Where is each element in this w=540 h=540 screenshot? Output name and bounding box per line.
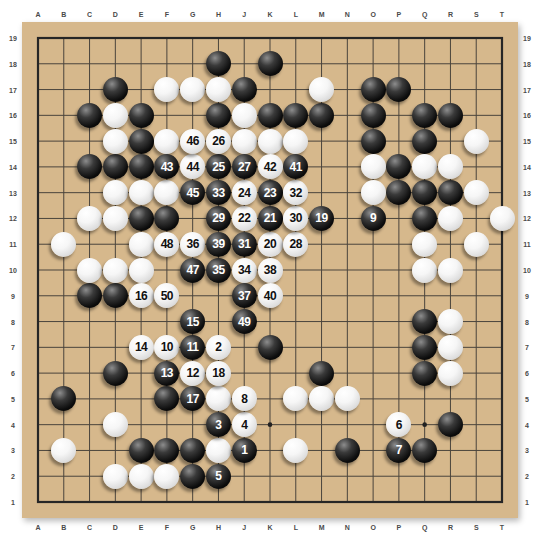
move-number: 24 xyxy=(238,187,250,199)
move-number: 20 xyxy=(264,238,276,250)
black-stone: 41 xyxy=(283,154,308,179)
black-stone: 17 xyxy=(180,386,205,411)
black-stone xyxy=(361,129,386,154)
white-stone xyxy=(103,129,128,154)
white-stone: 44 xyxy=(180,154,205,179)
black-stone xyxy=(258,51,283,76)
white-stone xyxy=(129,180,154,205)
black-stone: 35 xyxy=(206,258,231,283)
white-stone xyxy=(438,335,463,360)
black-stone: 5 xyxy=(206,464,231,489)
black-stone xyxy=(258,103,283,128)
white-stone xyxy=(77,206,102,231)
white-stone xyxy=(129,464,154,489)
black-stone xyxy=(412,438,437,463)
white-stone: 2 xyxy=(206,335,231,360)
black-stone xyxy=(77,283,102,308)
black-stone: 37 xyxy=(232,283,257,308)
black-stone xyxy=(438,180,463,205)
black-stone: 43 xyxy=(154,154,179,179)
white-stone: 34 xyxy=(232,258,257,283)
white-stone: 20 xyxy=(258,232,283,257)
move-number: 50 xyxy=(161,290,173,302)
move-number: 21 xyxy=(264,212,276,224)
white-stone xyxy=(129,232,154,257)
white-stone: 40 xyxy=(258,283,283,308)
white-stone xyxy=(103,180,128,205)
black-stone: 1 xyxy=(232,438,257,463)
black-stone xyxy=(129,438,154,463)
move-number: 39 xyxy=(212,238,224,250)
black-stone xyxy=(206,51,231,76)
black-stone xyxy=(154,206,179,231)
white-stone: 30 xyxy=(283,206,308,231)
white-stone xyxy=(361,154,386,179)
black-stone xyxy=(412,129,437,154)
move-number: 28 xyxy=(290,238,302,250)
white-stone: 48 xyxy=(154,232,179,257)
white-stone: 42 xyxy=(258,154,283,179)
white-stone xyxy=(103,258,128,283)
move-number: 27 xyxy=(238,161,250,173)
move-number: 19 xyxy=(315,212,327,224)
white-stone xyxy=(412,258,437,283)
move-number: 38 xyxy=(264,264,276,276)
white-stone xyxy=(232,103,257,128)
white-stone xyxy=(206,438,231,463)
black-stone xyxy=(103,283,128,308)
move-number: 4 xyxy=(241,419,247,431)
move-number: 46 xyxy=(186,135,198,147)
black-stone xyxy=(361,103,386,128)
black-stone xyxy=(438,103,463,128)
black-stone xyxy=(129,154,154,179)
black-stone xyxy=(335,438,360,463)
black-stone: 39 xyxy=(206,232,231,257)
white-stone xyxy=(412,232,437,257)
white-stone xyxy=(103,103,128,128)
move-number: 6 xyxy=(396,419,402,431)
black-stone: 33 xyxy=(206,180,231,205)
white-stone xyxy=(154,77,179,102)
black-stone xyxy=(77,103,102,128)
white-stone: 32 xyxy=(283,180,308,205)
black-stone xyxy=(309,361,334,386)
move-number: 36 xyxy=(186,238,198,250)
move-number: 41 xyxy=(290,161,302,173)
black-stone: 9 xyxy=(361,206,386,231)
black-stone xyxy=(232,77,257,102)
white-stone xyxy=(412,154,437,179)
black-stone: 45 xyxy=(180,180,205,205)
white-stone: 14 xyxy=(129,335,154,360)
black-stone xyxy=(386,77,411,102)
move-number: 2 xyxy=(215,341,221,353)
move-number: 31 xyxy=(238,238,250,250)
move-number: 45 xyxy=(186,187,198,199)
white-stone xyxy=(103,412,128,437)
white-stone xyxy=(154,180,179,205)
white-stone xyxy=(154,464,179,489)
white-stone xyxy=(283,129,308,154)
move-number: 40 xyxy=(264,290,276,302)
white-stone xyxy=(283,386,308,411)
move-number: 3 xyxy=(215,419,221,431)
white-stone: 16 xyxy=(129,283,154,308)
black-stone xyxy=(103,154,128,179)
move-number: 47 xyxy=(186,264,198,276)
move-number: 5 xyxy=(215,470,221,482)
move-number: 9 xyxy=(370,212,376,224)
black-stone: 27 xyxy=(232,154,257,179)
white-stone: 36 xyxy=(180,232,205,257)
move-number: 13 xyxy=(161,367,173,379)
move-number: 48 xyxy=(161,238,173,250)
move-number: 35 xyxy=(212,264,224,276)
move-number: 1 xyxy=(241,444,247,456)
go-board-diagram: AABBCCDDEEFFGGHHJJKKLLMMNNOOPPQQRRSSTT19… xyxy=(0,0,540,540)
black-stone xyxy=(412,335,437,360)
white-stone: 12 xyxy=(180,361,205,386)
move-number: 26 xyxy=(212,135,224,147)
black-stone xyxy=(180,438,205,463)
white-stone xyxy=(464,232,489,257)
white-stone xyxy=(438,309,463,334)
black-stone xyxy=(386,154,411,179)
white-stone: 18 xyxy=(206,361,231,386)
move-number: 34 xyxy=(238,264,250,276)
move-number: 12 xyxy=(186,367,198,379)
black-stone xyxy=(309,103,334,128)
white-stone: 22 xyxy=(232,206,257,231)
white-stone xyxy=(438,206,463,231)
black-stone: 49 xyxy=(232,309,257,334)
stones-layer: 1234567891011121314151617181920212223242… xyxy=(0,0,540,540)
black-stone xyxy=(412,180,437,205)
black-stone: 21 xyxy=(258,206,283,231)
black-stone xyxy=(206,103,231,128)
white-stone xyxy=(206,386,231,411)
black-stone: 29 xyxy=(206,206,231,231)
white-stone xyxy=(51,232,76,257)
white-stone xyxy=(464,180,489,205)
black-stone: 13 xyxy=(154,361,179,386)
white-stone xyxy=(51,438,76,463)
white-stone: 26 xyxy=(206,129,231,154)
move-number: 8 xyxy=(241,393,247,405)
white-stone xyxy=(103,206,128,231)
black-stone: 15 xyxy=(180,309,205,334)
move-number: 7 xyxy=(396,444,402,456)
white-stone xyxy=(180,77,205,102)
move-number: 11 xyxy=(187,341,199,353)
move-number: 44 xyxy=(186,161,198,173)
black-stone: 31 xyxy=(232,232,257,257)
white-stone: 28 xyxy=(283,232,308,257)
black-stone: 11 xyxy=(180,335,205,360)
black-stone xyxy=(361,77,386,102)
black-stone xyxy=(154,438,179,463)
white-stone: 8 xyxy=(232,386,257,411)
black-stone xyxy=(283,103,308,128)
black-stone xyxy=(129,206,154,231)
black-stone xyxy=(412,103,437,128)
white-stone: 24 xyxy=(232,180,257,205)
white-stone xyxy=(464,129,489,154)
white-stone: 50 xyxy=(154,283,179,308)
white-stone: 4 xyxy=(232,412,257,437)
white-stone xyxy=(309,386,334,411)
move-number: 17 xyxy=(186,393,198,405)
white-stone xyxy=(206,77,231,102)
white-stone xyxy=(154,129,179,154)
move-number: 49 xyxy=(238,316,250,328)
white-stone xyxy=(77,258,102,283)
black-stone: 23 xyxy=(258,180,283,205)
white-stone xyxy=(438,154,463,179)
white-stone: 46 xyxy=(180,129,205,154)
move-number: 18 xyxy=(212,367,224,379)
black-stone xyxy=(412,309,437,334)
white-stone xyxy=(129,258,154,283)
white-stone xyxy=(103,464,128,489)
black-stone xyxy=(51,386,76,411)
white-stone xyxy=(490,206,515,231)
black-stone xyxy=(154,386,179,411)
black-stone xyxy=(77,154,102,179)
white-stone: 6 xyxy=(386,412,411,437)
move-number: 22 xyxy=(238,212,250,224)
white-stone xyxy=(283,438,308,463)
move-number: 16 xyxy=(135,290,147,302)
move-number: 25 xyxy=(212,161,224,173)
move-number: 30 xyxy=(290,212,302,224)
black-stone xyxy=(129,129,154,154)
white-stone: 10 xyxy=(154,335,179,360)
black-stone xyxy=(129,103,154,128)
black-stone xyxy=(103,77,128,102)
move-number: 14 xyxy=(135,341,147,353)
black-stone: 47 xyxy=(180,258,205,283)
black-stone xyxy=(103,361,128,386)
black-stone xyxy=(386,180,411,205)
white-stone: 38 xyxy=(258,258,283,283)
black-stone xyxy=(258,335,283,360)
move-number: 10 xyxy=(161,341,173,353)
move-number: 42 xyxy=(264,161,276,173)
move-number: 15 xyxy=(186,316,198,328)
black-stone xyxy=(438,412,463,437)
white-stone xyxy=(335,386,360,411)
move-number: 23 xyxy=(264,187,276,199)
white-stone xyxy=(438,258,463,283)
black-stone: 25 xyxy=(206,154,231,179)
black-stone xyxy=(180,464,205,489)
black-stone xyxy=(412,206,437,231)
white-stone xyxy=(232,129,257,154)
white-stone xyxy=(258,129,283,154)
white-stone xyxy=(438,361,463,386)
white-stone xyxy=(309,77,334,102)
move-number: 37 xyxy=(238,290,250,302)
black-stone xyxy=(412,361,437,386)
move-number: 33 xyxy=(212,187,224,199)
white-stone xyxy=(361,180,386,205)
black-stone: 19 xyxy=(309,206,334,231)
black-stone: 3 xyxy=(206,412,231,437)
move-number: 32 xyxy=(290,187,302,199)
black-stone: 7 xyxy=(386,438,411,463)
move-number: 43 xyxy=(161,161,173,173)
move-number: 29 xyxy=(212,212,224,224)
